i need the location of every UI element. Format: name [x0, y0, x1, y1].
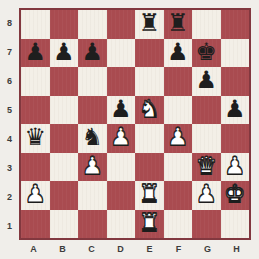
white-pawn-h3[interactable]: ♟ [224, 154, 246, 178]
white-rook-e1[interactable]: ♜ [138, 211, 160, 235]
square-a6[interactable] [21, 67, 50, 96]
black-rook-e8[interactable]: ♜ [138, 11, 160, 35]
file-label-a: A [19, 240, 48, 258]
square-b7[interactable]: ♟ [50, 39, 79, 68]
square-g5[interactable] [192, 96, 221, 125]
black-queen-a4[interactable]: ♛ [24, 125, 46, 149]
square-c6[interactable] [78, 67, 107, 96]
square-g8[interactable] [192, 10, 221, 39]
black-pawn-a7[interactable]: ♟ [24, 40, 46, 64]
square-h4[interactable] [221, 124, 250, 153]
file-label-e: E [135, 240, 164, 258]
square-d6[interactable] [107, 67, 136, 96]
square-e2[interactable]: ♜ [135, 181, 164, 210]
square-b3[interactable] [50, 153, 79, 182]
white-knight-e5[interactable]: ♞ [138, 97, 160, 121]
square-e8[interactable]: ♜ [135, 10, 164, 39]
black-pawn-h5[interactable]: ♟ [224, 97, 246, 121]
square-f2[interactable] [164, 181, 193, 210]
square-f4[interactable]: ♟ [164, 124, 193, 153]
white-pawn-a2[interactable]: ♟ [24, 182, 46, 206]
square-g4[interactable] [192, 124, 221, 153]
white-pawn-d4[interactable]: ♟ [110, 125, 132, 149]
square-h3[interactable]: ♟ [221, 153, 250, 182]
file-label-b: B [48, 240, 77, 258]
rank-label-5: 5 [0, 95, 19, 124]
square-f3[interactable] [164, 153, 193, 182]
square-c3[interactable]: ♟ [78, 153, 107, 182]
square-g1[interactable] [192, 210, 221, 239]
square-c8[interactable] [78, 10, 107, 39]
square-f6[interactable] [164, 67, 193, 96]
file-label-f: F [164, 240, 193, 258]
square-e3[interactable] [135, 153, 164, 182]
square-d4[interactable]: ♟ [107, 124, 136, 153]
square-d3[interactable] [107, 153, 136, 182]
square-d5[interactable]: ♟ [107, 96, 136, 125]
square-a4[interactable]: ♛ [21, 124, 50, 153]
square-c1[interactable] [78, 210, 107, 239]
white-pawn-g2[interactable]: ♟ [195, 182, 217, 206]
rank-label-2: 2 [0, 182, 19, 211]
white-rook-e2[interactable]: ♜ [138, 182, 160, 206]
square-b6[interactable] [50, 67, 79, 96]
rank-label-3: 3 [0, 153, 19, 182]
square-d1[interactable] [107, 210, 136, 239]
square-c2[interactable] [78, 181, 107, 210]
black-king-g7[interactable]: ♚ [195, 40, 217, 64]
black-knight-c4[interactable]: ♞ [81, 125, 103, 149]
square-f5[interactable] [164, 96, 193, 125]
square-g2[interactable]: ♟ [192, 181, 221, 210]
square-h7[interactable] [221, 39, 250, 68]
rank-labels: 87654321 [0, 8, 19, 240]
square-c7[interactable]: ♟ [78, 39, 107, 68]
square-e1[interactable]: ♜ [135, 210, 164, 239]
file-label-g: G [193, 240, 222, 258]
square-f8[interactable]: ♜ [164, 10, 193, 39]
black-pawn-g6[interactable]: ♟ [195, 68, 217, 92]
white-pawn-c3[interactable]: ♟ [81, 154, 103, 178]
rank-label-8: 8 [0, 8, 19, 37]
square-g3[interactable]: ♛ [192, 153, 221, 182]
square-b4[interactable] [50, 124, 79, 153]
square-g6[interactable]: ♟ [192, 67, 221, 96]
square-g7[interactable]: ♚ [192, 39, 221, 68]
rank-label-6: 6 [0, 66, 19, 95]
square-a2[interactable]: ♟ [21, 181, 50, 210]
file-label-d: D [106, 240, 135, 258]
white-pawn-f4[interactable]: ♟ [167, 125, 189, 149]
black-pawn-d5[interactable]: ♟ [110, 97, 132, 121]
square-h6[interactable] [221, 67, 250, 96]
file-label-c: C [77, 240, 106, 258]
square-a8[interactable] [21, 10, 50, 39]
square-c5[interactable] [78, 96, 107, 125]
square-h5[interactable]: ♟ [221, 96, 250, 125]
square-a7[interactable]: ♟ [21, 39, 50, 68]
square-b5[interactable] [50, 96, 79, 125]
square-d2[interactable] [107, 181, 136, 210]
square-a3[interactable] [21, 153, 50, 182]
chess-diagram: 87654321 ♜♜♟♟♟♟♚♟♟♞♟♛♞♟♟♟♛♟♟♜♟♚♜ ABCDEFG… [0, 0, 259, 259]
square-h1[interactable] [221, 210, 250, 239]
black-pawn-b7[interactable]: ♟ [53, 40, 75, 64]
square-d8[interactable] [107, 10, 136, 39]
black-pawn-f7[interactable]: ♟ [167, 40, 189, 64]
file-label-h: H [222, 240, 251, 258]
square-e5[interactable]: ♞ [135, 96, 164, 125]
square-c4[interactable]: ♞ [78, 124, 107, 153]
square-b1[interactable] [50, 210, 79, 239]
square-a5[interactable] [21, 96, 50, 125]
white-king-h2[interactable]: ♚ [224, 182, 246, 206]
rank-label-7: 7 [0, 37, 19, 66]
square-d7[interactable] [107, 39, 136, 68]
rank-label-4: 4 [0, 124, 19, 153]
white-queen-g3[interactable]: ♛ [195, 154, 217, 178]
square-f7[interactable]: ♟ [164, 39, 193, 68]
chess-board: ♜♜♟♟♟♟♚♟♟♞♟♛♞♟♟♟♛♟♟♜♟♚♜ [19, 8, 251, 240]
rank-label-1: 1 [0, 211, 19, 240]
square-e7[interactable] [135, 39, 164, 68]
file-labels: ABCDEFGH [19, 240, 251, 258]
black-rook-f8[interactable]: ♜ [167, 11, 189, 35]
square-b8[interactable] [50, 10, 79, 39]
square-e6[interactable] [135, 67, 164, 96]
square-h8[interactable] [221, 10, 250, 39]
square-a1[interactable] [21, 210, 50, 239]
square-f1[interactable] [164, 210, 193, 239]
square-e4[interactable] [135, 124, 164, 153]
square-b2[interactable] [50, 181, 79, 210]
square-h2[interactable]: ♚ [221, 181, 250, 210]
black-pawn-c7[interactable]: ♟ [81, 40, 103, 64]
